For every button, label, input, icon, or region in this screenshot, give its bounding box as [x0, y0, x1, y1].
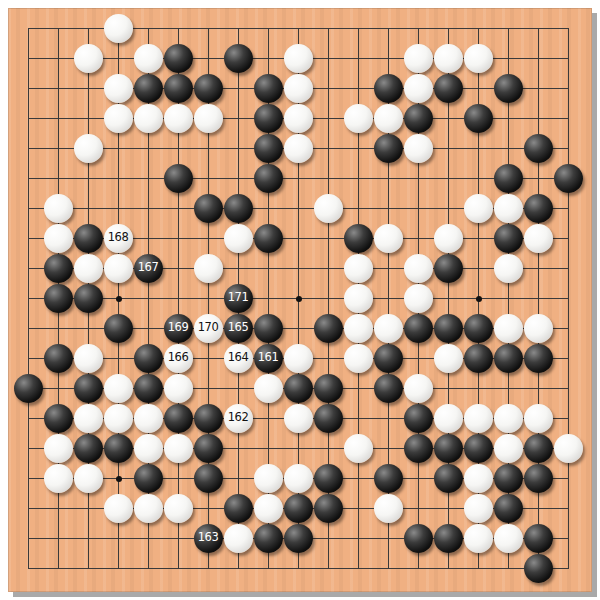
move-number-label: 162 — [228, 412, 248, 424]
white-stone[interactable] — [404, 284, 433, 313]
white-stone[interactable] — [374, 224, 403, 253]
white-stone[interactable] — [344, 344, 373, 373]
white-stone[interactable] — [134, 434, 163, 463]
white-stone[interactable] — [404, 254, 433, 283]
black-stone[interactable] — [374, 74, 403, 103]
black-stone[interactable] — [494, 464, 523, 493]
black-stone[interactable] — [404, 434, 433, 463]
white-stone[interactable] — [464, 494, 493, 523]
black-stone[interactable] — [464, 104, 493, 133]
stones-grid: 168167171169170165166164161162163 — [13, 13, 583, 583]
black-stone[interactable] — [524, 194, 553, 223]
black-stone[interactable] — [224, 494, 253, 523]
black-stone[interactable] — [44, 344, 73, 373]
black-stone[interactable] — [344, 224, 373, 253]
black-stone[interactable] — [164, 164, 193, 193]
white-stone[interactable] — [464, 44, 493, 73]
black-stone[interactable] — [254, 164, 283, 193]
white-stone[interactable] — [104, 404, 133, 433]
black-stone[interactable] — [194, 434, 223, 463]
white-stone[interactable] — [464, 194, 493, 223]
white-stone[interactable] — [104, 494, 133, 523]
white-stone[interactable] — [74, 404, 103, 433]
black-stone[interactable] — [524, 434, 553, 463]
black-stone[interactable] — [434, 254, 463, 283]
white-stone[interactable] — [104, 254, 133, 283]
white-stone[interactable] — [284, 74, 313, 103]
black-stone[interactable] — [314, 314, 343, 343]
black-stone[interactable] — [404, 314, 433, 343]
white-stone[interactable] — [194, 254, 223, 283]
white-stone[interactable] — [104, 14, 133, 43]
white-stone[interactable] — [194, 104, 223, 133]
white-stone[interactable] — [74, 44, 103, 73]
black-stone[interactable] — [254, 314, 283, 343]
white-stone[interactable] — [434, 224, 463, 253]
black-stone[interactable] — [224, 194, 253, 223]
white-stone[interactable] — [494, 404, 523, 433]
move-number-label: 165 — [228, 322, 248, 334]
white-stone[interactable] — [464, 524, 493, 553]
move-number-label: 164 — [228, 352, 248, 364]
white-stone[interactable] — [374, 494, 403, 523]
white-stone[interactable] — [374, 104, 403, 133]
black-stone[interactable] — [224, 44, 253, 73]
white-stone[interactable] — [224, 524, 253, 553]
black-stone[interactable] — [524, 134, 553, 163]
white-stone[interactable] — [254, 374, 283, 403]
black-stone[interactable] — [494, 224, 523, 253]
move-number-label: 166 — [168, 352, 188, 364]
black-stone[interactable] — [194, 194, 223, 223]
black-stone[interactable] — [134, 74, 163, 103]
black-stone[interactable] — [134, 464, 163, 493]
white-stone[interactable] — [74, 254, 103, 283]
black-stone[interactable] — [194, 74, 223, 103]
white-stone[interactable] — [134, 494, 163, 523]
white-stone[interactable] — [344, 254, 373, 283]
black-stone[interactable]: 161 — [254, 344, 283, 373]
white-stone[interactable] — [254, 494, 283, 523]
white-stone[interactable] — [494, 314, 523, 343]
black-stone[interactable] — [524, 554, 553, 583]
white-stone[interactable] — [254, 464, 283, 493]
white-stone[interactable] — [44, 224, 73, 253]
black-stone[interactable] — [104, 434, 133, 463]
black-stone[interactable] — [74, 374, 103, 403]
black-stone[interactable] — [14, 374, 43, 403]
white-stone[interactable] — [284, 134, 313, 163]
black-stone[interactable] — [254, 74, 283, 103]
black-stone[interactable] — [434, 524, 463, 553]
white-stone[interactable] — [404, 134, 433, 163]
white-stone[interactable]: 166 — [164, 344, 193, 373]
white-stone[interactable] — [74, 464, 103, 493]
white-stone[interactable] — [524, 314, 553, 343]
black-stone[interactable] — [464, 314, 493, 343]
black-stone[interactable] — [554, 164, 583, 193]
white-stone[interactable] — [284, 404, 313, 433]
black-stone[interactable] — [284, 494, 313, 523]
black-stone[interactable] — [254, 104, 283, 133]
black-stone[interactable] — [404, 404, 433, 433]
go-board[interactable]: 168167171169170165166164161162163 — [8, 8, 592, 592]
black-stone[interactable] — [434, 434, 463, 463]
black-stone[interactable] — [254, 524, 283, 553]
black-stone[interactable] — [494, 344, 523, 373]
black-stone[interactable] — [134, 374, 163, 403]
black-stone[interactable] — [464, 434, 493, 463]
black-stone[interactable] — [134, 344, 163, 373]
black-stone[interactable] — [494, 494, 523, 523]
page: { "game": "go", "app": { "description_la… — [0, 0, 600, 600]
white-stone[interactable] — [44, 194, 73, 223]
black-stone[interactable] — [314, 374, 343, 403]
black-stone[interactable] — [44, 284, 73, 313]
black-stone[interactable] — [254, 224, 283, 253]
white-stone[interactable] — [464, 404, 493, 433]
black-stone[interactable] — [44, 404, 73, 433]
white-stone[interactable] — [44, 434, 73, 463]
white-stone[interactable]: 164 — [224, 344, 253, 373]
black-stone[interactable] — [374, 464, 403, 493]
black-stone[interactable]: 167 — [134, 254, 163, 283]
black-stone[interactable] — [194, 404, 223, 433]
white-stone[interactable]: 168 — [104, 224, 133, 253]
black-stone[interactable] — [284, 374, 313, 403]
black-stone[interactable] — [74, 434, 103, 463]
move-number-label: 170 — [198, 322, 218, 334]
black-stone[interactable]: 171 — [224, 284, 253, 313]
white-stone[interactable] — [494, 254, 523, 283]
white-stone[interactable] — [344, 314, 373, 343]
white-stone[interactable] — [164, 374, 193, 403]
white-stone[interactable] — [404, 74, 433, 103]
white-stone[interactable] — [74, 134, 103, 163]
black-stone[interactable] — [434, 464, 463, 493]
black-stone[interactable] — [104, 314, 133, 343]
white-stone[interactable] — [104, 74, 133, 103]
move-number-label: 163 — [198, 532, 218, 544]
white-stone[interactable] — [74, 344, 103, 373]
black-stone[interactable] — [494, 74, 523, 103]
white-stone[interactable] — [524, 404, 553, 433]
black-stone[interactable] — [194, 464, 223, 493]
white-stone[interactable] — [404, 44, 433, 73]
white-stone[interactable] — [464, 464, 493, 493]
move-number-label: 161 — [258, 352, 278, 364]
white-stone[interactable] — [104, 374, 133, 403]
black-stone[interactable] — [44, 254, 73, 283]
move-number-label: 168 — [108, 232, 128, 244]
white-stone[interactable] — [284, 104, 313, 133]
black-stone[interactable] — [434, 314, 463, 343]
black-stone[interactable]: 163 — [194, 524, 223, 553]
white-stone[interactable] — [374, 314, 403, 343]
black-stone[interactable] — [164, 404, 193, 433]
white-stone[interactable]: 170 — [194, 314, 223, 343]
white-stone[interactable] — [314, 194, 343, 223]
white-stone[interactable] — [434, 344, 463, 373]
black-stone[interactable] — [524, 344, 553, 373]
white-stone[interactable] — [164, 434, 193, 463]
move-number-label: 167 — [138, 262, 158, 274]
black-stone[interactable] — [494, 164, 523, 193]
black-stone[interactable] — [314, 494, 343, 523]
white-stone[interactable] — [134, 404, 163, 433]
white-stone[interactable] — [344, 434, 373, 463]
white-stone[interactable] — [164, 494, 193, 523]
white-stone[interactable] — [284, 344, 313, 373]
black-stone[interactable] — [524, 464, 553, 493]
white-stone[interactable] — [494, 194, 523, 223]
black-stone[interactable] — [314, 404, 343, 433]
black-stone[interactable] — [164, 74, 193, 103]
move-number-label: 169 — [168, 322, 188, 334]
white-stone[interactable] — [524, 224, 553, 253]
white-stone[interactable] — [494, 434, 523, 463]
black-stone[interactable] — [74, 284, 103, 313]
black-stone[interactable] — [74, 224, 103, 253]
black-stone[interactable] — [404, 524, 433, 553]
white-stone[interactable] — [134, 104, 163, 133]
black-stone[interactable] — [404, 104, 433, 133]
white-stone[interactable] — [134, 44, 163, 73]
black-stone[interactable] — [314, 464, 343, 493]
white-stone[interactable] — [434, 44, 463, 73]
white-stone[interactable] — [224, 224, 253, 253]
move-number-label: 171 — [228, 292, 248, 304]
white-stone[interactable] — [404, 374, 433, 403]
white-stone[interactable] — [554, 434, 583, 463]
black-stone[interactable] — [434, 74, 463, 103]
white-stone[interactable] — [164, 104, 193, 133]
black-stone[interactable] — [374, 374, 403, 403]
black-stone[interactable] — [464, 344, 493, 373]
white-stone[interactable] — [344, 284, 373, 313]
white-stone[interactable] — [434, 404, 463, 433]
black-stone[interactable]: 165 — [224, 314, 253, 343]
white-stone[interactable] — [284, 44, 313, 73]
white-stone[interactable] — [284, 464, 313, 493]
white-stone[interactable]: 162 — [224, 404, 253, 433]
white-stone[interactable] — [494, 524, 523, 553]
black-stone[interactable]: 169 — [164, 314, 193, 343]
black-stone[interactable] — [284, 524, 313, 553]
white-stone[interactable] — [44, 464, 73, 493]
black-stone[interactable] — [374, 344, 403, 373]
black-stone[interactable] — [254, 134, 283, 163]
black-stone[interactable] — [374, 134, 403, 163]
black-stone[interactable] — [524, 524, 553, 553]
white-stone[interactable] — [344, 104, 373, 133]
black-stone[interactable] — [164, 44, 193, 73]
white-stone[interactable] — [104, 104, 133, 133]
